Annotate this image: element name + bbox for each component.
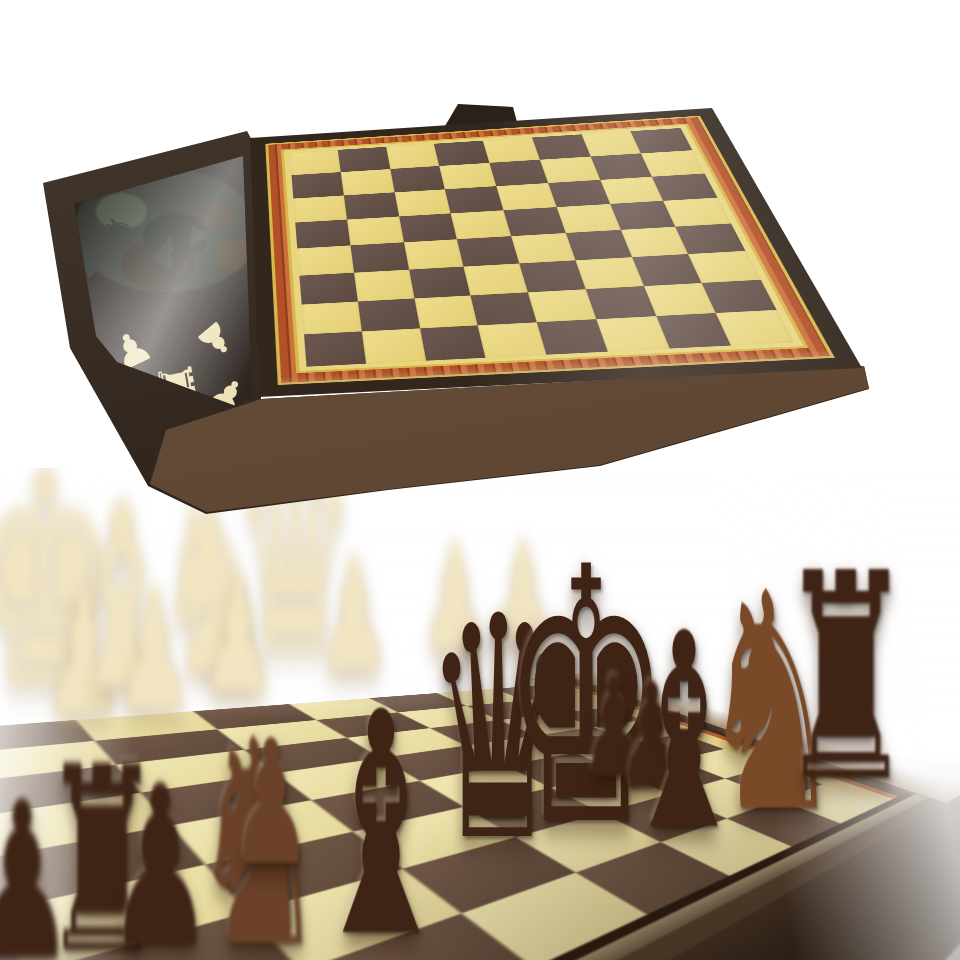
square [464, 263, 528, 295]
square [403, 239, 463, 269]
square [641, 150, 704, 176]
square [489, 160, 547, 186]
square [652, 173, 717, 201]
bagged-pawn-icon: ♟ [201, 368, 255, 423]
square [643, 283, 716, 317]
square [362, 329, 426, 364]
square [688, 251, 760, 283]
square [445, 186, 503, 214]
scene-board-closeup: ♚♟♝♟♞♟♛♟♟♟ ♟♜♟♞♟♝♛♚♟♟♝♞♜ [0, 0, 960, 960]
square [302, 301, 362, 334]
square [390, 166, 445, 192]
square [394, 189, 451, 217]
top-board-grid [290, 128, 794, 367]
square [716, 310, 794, 345]
square [292, 172, 344, 198]
bagged-pawn-icon: ♟ [189, 313, 242, 367]
square [297, 245, 354, 275]
bag-dark-pieces [76, 168, 258, 292]
square [528, 289, 596, 323]
lid-board-field [281, 124, 809, 374]
square [503, 207, 565, 236]
square [293, 195, 346, 222]
square [702, 279, 777, 313]
bagged-bishop-icon: ♝ [182, 214, 229, 257]
square [295, 220, 350, 249]
square [457, 236, 519, 266]
lid-bottom-edge-highlight [277, 350, 835, 385]
square [414, 295, 478, 328]
square [600, 176, 664, 204]
square [290, 150, 341, 175]
square [483, 138, 540, 163]
bagged-pawn-icon: ♟ [105, 322, 159, 379]
square [631, 254, 701, 286]
square [590, 153, 652, 179]
square [556, 204, 620, 233]
lid-mosaic-border [265, 116, 835, 385]
square [350, 242, 408, 272]
square [596, 316, 669, 351]
square [451, 210, 511, 239]
square [344, 192, 399, 220]
dark-pawn-piece: ♟ [230, 718, 312, 891]
square [478, 322, 546, 357]
square [548, 180, 610, 208]
square [496, 183, 556, 211]
square [575, 257, 643, 289]
square [610, 201, 676, 230]
square [585, 286, 656, 320]
square [338, 147, 390, 172]
square [299, 273, 357, 305]
square [537, 319, 608, 354]
square [347, 217, 404, 246]
square [511, 233, 575, 263]
square [434, 141, 489, 166]
square [675, 223, 745, 253]
square [358, 298, 420, 331]
square [420, 326, 486, 361]
lid-wood-frame [250, 108, 862, 397]
product-photo-canvas: ♚♟♝♟♞♟♛♟♟♟ ♟♜♟♞♟♝♛♚♟♟♝♞♜ ♞♟♝♟♟♜♟♝♟ [0, 0, 960, 960]
square [540, 156, 600, 182]
bagged-bishop-icon: ♝ [125, 385, 180, 436]
square [340, 169, 394, 195]
square [386, 144, 440, 169]
square [656, 313, 731, 348]
square [399, 214, 457, 243]
square [519, 260, 585, 292]
square [409, 266, 471, 298]
bagged-pawn-icon: ♟ [70, 239, 117, 285]
dark-rook-piece: ♜ [778, 537, 914, 822]
square [354, 270, 414, 302]
square [581, 131, 641, 156]
square [304, 332, 366, 367]
lid-light-sheen [250, 108, 862, 397]
square [631, 128, 693, 153]
chessboard-lid [250, 108, 862, 397]
square [663, 198, 731, 227]
square [620, 227, 688, 257]
bagged-rook-icon: ♜ [150, 358, 202, 407]
bagged-knight-icon: ♞ [92, 201, 152, 262]
square [439, 163, 496, 189]
bag-light-pieces [90, 278, 266, 434]
square [471, 292, 537, 325]
square [566, 230, 632, 260]
square [532, 134, 590, 159]
bagged-pawn-icon: ♟ [142, 227, 189, 277]
